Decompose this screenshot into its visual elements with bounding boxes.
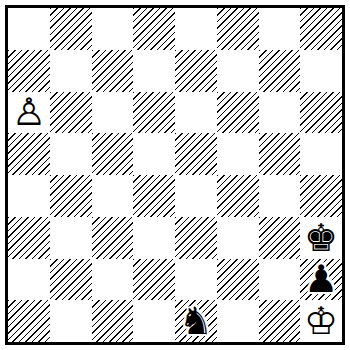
square-a2[interactable] [8, 259, 50, 301]
square-a4[interactable] [8, 175, 50, 217]
square-g5[interactable] [259, 133, 301, 175]
square-c4[interactable] [92, 175, 134, 217]
square-f4[interactable] [217, 175, 259, 217]
square-b2[interactable] [50, 259, 92, 301]
square-c5[interactable] [92, 133, 134, 175]
square-b1[interactable] [50, 300, 92, 342]
square-h3[interactable]: ♚ [300, 217, 342, 259]
square-d7[interactable] [133, 50, 175, 92]
square-g7[interactable] [259, 50, 301, 92]
square-d8[interactable] [133, 8, 175, 50]
square-g3[interactable] [259, 217, 301, 259]
square-b8[interactable] [50, 8, 92, 50]
square-f3[interactable] [217, 217, 259, 259]
square-d3[interactable] [133, 217, 175, 259]
square-c7[interactable] [92, 50, 134, 92]
white-pawn[interactable]: ♙ [12, 93, 46, 131]
square-h1[interactable]: ♔ [300, 300, 342, 342]
square-g1[interactable] [259, 300, 301, 342]
square-d6[interactable] [133, 92, 175, 134]
square-a3[interactable] [8, 217, 50, 259]
square-e3[interactable] [175, 217, 217, 259]
square-f2[interactable] [217, 259, 259, 301]
chessboard: ♙♚♟♞♔ [8, 8, 342, 342]
square-a6[interactable]: ♙ [8, 92, 50, 134]
square-d1[interactable] [133, 300, 175, 342]
black-pawn[interactable]: ♟ [304, 260, 338, 298]
square-g6[interactable] [259, 92, 301, 134]
square-e1[interactable]: ♞ [175, 300, 217, 342]
square-f7[interactable] [217, 50, 259, 92]
square-e4[interactable] [175, 175, 217, 217]
square-h7[interactable] [300, 50, 342, 92]
square-e8[interactable] [175, 8, 217, 50]
square-g4[interactable] [259, 175, 301, 217]
square-h5[interactable] [300, 133, 342, 175]
square-e7[interactable] [175, 50, 217, 92]
square-e5[interactable] [175, 133, 217, 175]
square-a1[interactable] [8, 300, 50, 342]
square-e2[interactable] [175, 259, 217, 301]
white-king[interactable]: ♔ [304, 302, 338, 340]
square-a8[interactable] [8, 8, 50, 50]
square-d4[interactable] [133, 175, 175, 217]
square-h2[interactable]: ♟ [300, 259, 342, 301]
square-c6[interactable] [92, 92, 134, 134]
square-b5[interactable] [50, 133, 92, 175]
square-c3[interactable] [92, 217, 134, 259]
black-king[interactable]: ♚ [304, 219, 338, 257]
square-f5[interactable] [217, 133, 259, 175]
square-h8[interactable] [300, 8, 342, 50]
square-f6[interactable] [217, 92, 259, 134]
chessboard-frame: ♙♚♟♞♔ [5, 5, 345, 345]
square-h6[interactable] [300, 92, 342, 134]
square-c2[interactable] [92, 259, 134, 301]
square-c1[interactable] [92, 300, 134, 342]
square-h4[interactable] [300, 175, 342, 217]
black-knight[interactable]: ♞ [179, 302, 213, 340]
square-e6[interactable] [175, 92, 217, 134]
square-b4[interactable] [50, 175, 92, 217]
square-a5[interactable] [8, 133, 50, 175]
square-b3[interactable] [50, 217, 92, 259]
square-c8[interactable] [92, 8, 134, 50]
square-g2[interactable] [259, 259, 301, 301]
square-a7[interactable] [8, 50, 50, 92]
square-f1[interactable] [217, 300, 259, 342]
square-g8[interactable] [259, 8, 301, 50]
square-b6[interactable] [50, 92, 92, 134]
square-d5[interactable] [133, 133, 175, 175]
square-b7[interactable] [50, 50, 92, 92]
square-f8[interactable] [217, 8, 259, 50]
square-d2[interactable] [133, 259, 175, 301]
